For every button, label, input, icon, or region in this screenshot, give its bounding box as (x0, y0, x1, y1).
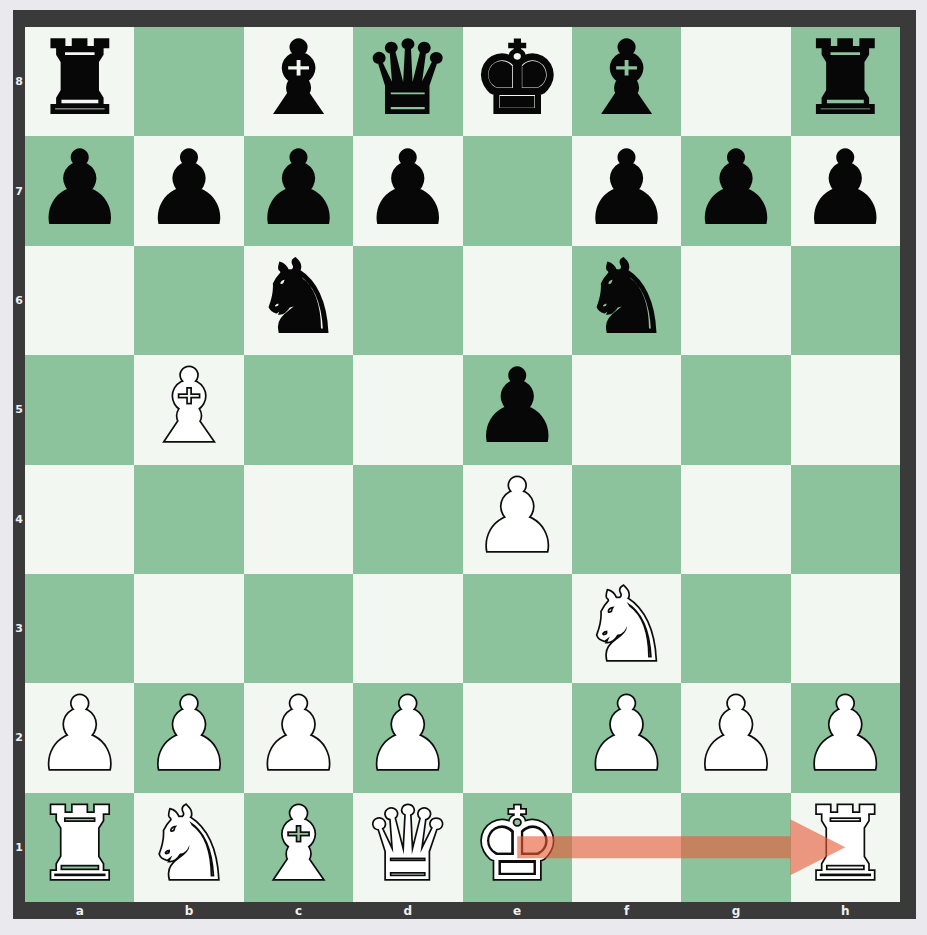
square-e5[interactable]: ♟ (463, 355, 572, 464)
piece-white-pawn[interactable]: ♟ (472, 462, 563, 571)
square-a2[interactable]: ♟ (25, 683, 134, 792)
piece-black-bishop[interactable]: ♝ (253, 24, 344, 133)
piece-black-pawn[interactable]: ♟ (581, 134, 672, 243)
square-a8[interactable]: ♜ (25, 27, 134, 136)
file-labels: abcdefgh (25, 902, 900, 919)
square-b5[interactable]: ♝ (134, 355, 243, 464)
piece-white-pawn[interactable]: ♟ (34, 680, 125, 789)
piece-black-bishop[interactable]: ♝ (581, 24, 672, 133)
square-h3[interactable] (791, 574, 900, 683)
rank-label-5: 5 (13, 355, 25, 464)
piece-black-rook[interactable]: ♜ (34, 24, 125, 133)
square-g4[interactable] (681, 465, 790, 574)
piece-white-pawn[interactable]: ♟ (363, 680, 454, 789)
board-frame: 87654321 ♜♝♛♚♝♜♟♟♟♟♟♟♟♞♞♝♟♟♞♟♟♟♟♟♟♟♜♞♝♛♚… (13, 10, 916, 919)
square-g3[interactable] (681, 574, 790, 683)
square-e1[interactable]: ♚ (463, 793, 572, 902)
file-label-c: c (244, 902, 353, 919)
square-c5[interactable] (244, 355, 353, 464)
square-h1[interactable]: ♜ (791, 793, 900, 902)
piece-white-knight[interactable]: ♞ (581, 571, 672, 680)
piece-black-pawn[interactable]: ♟ (144, 134, 235, 243)
square-g1[interactable] (681, 793, 790, 902)
square-f3[interactable]: ♞ (572, 574, 681, 683)
square-g7[interactable]: ♟ (681, 136, 790, 245)
square-h7[interactable]: ♟ (791, 136, 900, 245)
piece-black-knight[interactable]: ♞ (581, 243, 672, 352)
piece-white-pawn[interactable]: ♟ (253, 680, 344, 789)
square-f6[interactable]: ♞ (572, 246, 681, 355)
piece-black-knight[interactable]: ♞ (253, 243, 344, 352)
piece-white-knight[interactable]: ♞ (144, 790, 235, 899)
rank-label-3: 3 (13, 574, 25, 683)
chess-board: ♜♝♛♚♝♜♟♟♟♟♟♟♟♞♞♝♟♟♞♟♟♟♟♟♟♟♜♞♝♛♚♜ (25, 27, 900, 902)
piece-black-pawn[interactable]: ♟ (253, 134, 344, 243)
square-f7[interactable]: ♟ (572, 136, 681, 245)
piece-black-pawn[interactable]: ♟ (34, 134, 125, 243)
square-e4[interactable]: ♟ (463, 465, 572, 574)
square-e6[interactable] (463, 246, 572, 355)
square-c3[interactable] (244, 574, 353, 683)
square-d6[interactable] (353, 246, 462, 355)
rank-label-1: 1 (13, 793, 25, 902)
square-c6[interactable]: ♞ (244, 246, 353, 355)
rank-label-6: 6 (13, 246, 25, 355)
square-h4[interactable] (791, 465, 900, 574)
square-a1[interactable]: ♜ (25, 793, 134, 902)
piece-white-king[interactable]: ♚ (472, 790, 563, 899)
square-c7[interactable]: ♟ (244, 136, 353, 245)
square-d8[interactable]: ♛ (353, 27, 462, 136)
page-background: 87654321 ♜♝♛♚♝♜♟♟♟♟♟♟♟♞♞♝♟♟♞♟♟♟♟♟♟♟♜♞♝♛♚… (0, 0, 927, 935)
square-d1[interactable]: ♛ (353, 793, 462, 902)
square-b4[interactable] (134, 465, 243, 574)
square-e2[interactable] (463, 683, 572, 792)
square-b3[interactable] (134, 574, 243, 683)
square-f4[interactable] (572, 465, 681, 574)
square-c4[interactable] (244, 465, 353, 574)
file-label-d: d (353, 902, 462, 919)
piece-black-queen[interactable]: ♛ (363, 24, 454, 133)
square-h8[interactable]: ♜ (791, 27, 900, 136)
file-label-g: g (681, 902, 790, 919)
piece-black-pawn[interactable]: ♟ (691, 134, 782, 243)
square-f1[interactable] (572, 793, 681, 902)
square-h5[interactable] (791, 355, 900, 464)
square-b6[interactable] (134, 246, 243, 355)
square-c2[interactable]: ♟ (244, 683, 353, 792)
square-c1[interactable]: ♝ (244, 793, 353, 902)
rank-label-8: 8 (13, 27, 25, 136)
file-label-e: e (463, 902, 572, 919)
file-label-b: b (134, 902, 243, 919)
piece-white-pawn[interactable]: ♟ (581, 680, 672, 789)
square-d7[interactable]: ♟ (353, 136, 462, 245)
file-label-h: h (791, 902, 900, 919)
square-a6[interactable] (25, 246, 134, 355)
square-h6[interactable] (791, 246, 900, 355)
board-area: ♜♝♛♚♝♜♟♟♟♟♟♟♟♞♞♝♟♟♞♟♟♟♟♟♟♟♜♞♝♛♚♜ (25, 27, 900, 902)
piece-white-bishop[interactable]: ♝ (144, 352, 235, 461)
square-a5[interactable] (25, 355, 134, 464)
piece-black-pawn[interactable]: ♟ (363, 134, 454, 243)
square-g6[interactable] (681, 246, 790, 355)
piece-white-pawn[interactable]: ♟ (691, 680, 782, 789)
rank-label-4: 4 (13, 465, 25, 574)
square-f5[interactable] (572, 355, 681, 464)
square-d2[interactable]: ♟ (353, 683, 462, 792)
square-e8[interactable]: ♚ (463, 27, 572, 136)
square-g8[interactable] (681, 27, 790, 136)
square-b8[interactable] (134, 27, 243, 136)
square-a3[interactable] (25, 574, 134, 683)
square-h2[interactable]: ♟ (791, 683, 900, 792)
square-c8[interactable]: ♝ (244, 27, 353, 136)
square-b7[interactable]: ♟ (134, 136, 243, 245)
piece-black-king[interactable]: ♚ (472, 24, 563, 133)
square-g5[interactable] (681, 355, 790, 464)
square-d5[interactable] (353, 355, 462, 464)
square-b1[interactable]: ♞ (134, 793, 243, 902)
piece-white-pawn[interactable]: ♟ (144, 680, 235, 789)
file-label-a: a (25, 902, 134, 919)
rank-label-7: 7 (13, 136, 25, 245)
rank-label-2: 2 (13, 683, 25, 792)
piece-white-queen[interactable]: ♛ (363, 790, 454, 899)
square-g2[interactable]: ♟ (681, 683, 790, 792)
square-a4[interactable] (25, 465, 134, 574)
rank-labels: 87654321 (13, 27, 25, 902)
square-f8[interactable]: ♝ (572, 27, 681, 136)
piece-white-rook[interactable]: ♜ (34, 790, 125, 899)
square-b2[interactable]: ♟ (134, 683, 243, 792)
piece-black-rook[interactable]: ♜ (800, 24, 891, 133)
piece-white-pawn[interactable]: ♟ (800, 680, 891, 789)
piece-black-pawn[interactable]: ♟ (472, 352, 563, 461)
square-e3[interactable] (463, 574, 572, 683)
file-label-f: f (572, 902, 681, 919)
piece-black-pawn[interactable]: ♟ (800, 134, 891, 243)
square-e7[interactable] (463, 136, 572, 245)
piece-white-rook[interactable]: ♜ (800, 790, 891, 899)
square-a7[interactable]: ♟ (25, 136, 134, 245)
piece-white-bishop[interactable]: ♝ (253, 790, 344, 899)
square-d3[interactable] (353, 574, 462, 683)
square-f2[interactable]: ♟ (572, 683, 681, 792)
square-d4[interactable] (353, 465, 462, 574)
